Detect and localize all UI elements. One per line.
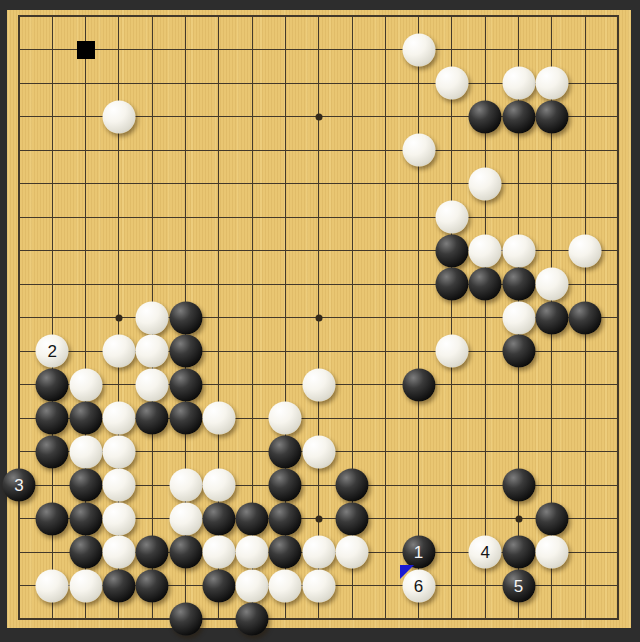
stone-white[interactable] <box>69 368 102 401</box>
stone-black[interactable] <box>502 268 535 301</box>
grid-line-horizontal <box>18 183 619 184</box>
stone-black[interactable] <box>69 536 102 569</box>
move-number-label: 4 <box>480 544 489 561</box>
stone-black[interactable] <box>169 402 202 435</box>
stone-black[interactable]: 5 <box>502 569 535 602</box>
stone-black[interactable] <box>269 435 302 468</box>
stone-white[interactable] <box>469 167 502 200</box>
stone-black[interactable] <box>336 469 369 502</box>
stone-white[interactable] <box>102 536 135 569</box>
stone-white[interactable] <box>102 100 135 133</box>
stone-white[interactable] <box>435 67 468 100</box>
stone-white[interactable] <box>502 234 535 267</box>
stone-black[interactable] <box>36 502 69 535</box>
go-board[interactable]: 231465 <box>0 0 640 642</box>
star-point <box>315 113 322 120</box>
stone-white[interactable] <box>136 368 169 401</box>
square-marker <box>77 41 95 59</box>
stone-black[interactable] <box>336 502 369 535</box>
stone-white[interactable] <box>136 335 169 368</box>
stone-black[interactable] <box>502 469 535 502</box>
stone-black[interactable] <box>535 502 568 535</box>
stone-white[interactable] <box>202 402 235 435</box>
stone-white[interactable] <box>302 569 335 602</box>
stone-white[interactable] <box>469 234 502 267</box>
stone-black[interactable] <box>535 100 568 133</box>
stone-black[interactable] <box>435 234 468 267</box>
stone-white[interactable] <box>236 536 269 569</box>
stone-black[interactable] <box>36 435 69 468</box>
stone-black[interactable] <box>236 502 269 535</box>
stone-black[interactable] <box>269 502 302 535</box>
stone-black[interactable] <box>435 268 468 301</box>
stone-black[interactable] <box>102 569 135 602</box>
stone-black[interactable] <box>169 368 202 401</box>
star-point <box>115 314 122 321</box>
stone-white[interactable] <box>102 469 135 502</box>
stone-white[interactable] <box>302 435 335 468</box>
stone-white[interactable] <box>102 435 135 468</box>
stone-black[interactable] <box>36 368 69 401</box>
stone-white[interactable] <box>302 536 335 569</box>
stone-white[interactable] <box>269 569 302 602</box>
stone-white[interactable] <box>435 201 468 234</box>
stone-white[interactable] <box>69 569 102 602</box>
stone-white[interactable] <box>169 502 202 535</box>
grid-line-horizontal <box>18 150 619 151</box>
stone-black[interactable] <box>169 536 202 569</box>
stone-white[interactable] <box>502 67 535 100</box>
stone-white[interactable]: 2 <box>36 335 69 368</box>
stone-white[interactable] <box>202 536 235 569</box>
stone-black[interactable] <box>236 603 269 636</box>
stone-black[interactable] <box>269 536 302 569</box>
stone-black[interactable] <box>202 569 235 602</box>
stone-black[interactable] <box>502 335 535 368</box>
move-number-label: 6 <box>414 577 423 594</box>
stone-black[interactable] <box>202 502 235 535</box>
stone-black[interactable] <box>402 368 435 401</box>
stone-white[interactable] <box>69 435 102 468</box>
stone-white[interactable] <box>202 469 235 502</box>
stone-black[interactable] <box>136 569 169 602</box>
stone-white[interactable] <box>535 67 568 100</box>
stone-black[interactable] <box>469 268 502 301</box>
star-point <box>315 515 322 522</box>
star-point <box>315 314 322 321</box>
stone-black[interactable] <box>169 335 202 368</box>
stone-white[interactable] <box>136 301 169 334</box>
stone-black[interactable] <box>136 536 169 569</box>
stone-black[interactable] <box>269 469 302 502</box>
stone-black[interactable] <box>169 603 202 636</box>
stone-white[interactable]: 4 <box>469 536 502 569</box>
stone-black[interactable] <box>69 402 102 435</box>
stone-white[interactable] <box>336 536 369 569</box>
stone-white[interactable] <box>169 469 202 502</box>
grid-line-horizontal <box>18 217 619 218</box>
stone-black[interactable]: 3 <box>3 469 36 502</box>
stone-black[interactable] <box>535 301 568 334</box>
stone-black[interactable] <box>36 402 69 435</box>
grid-line-horizontal <box>18 49 619 50</box>
stone-white[interactable] <box>102 335 135 368</box>
stone-white[interactable] <box>402 134 435 167</box>
stone-white[interactable] <box>535 536 568 569</box>
stone-black[interactable] <box>169 301 202 334</box>
stone-white[interactable] <box>36 569 69 602</box>
grid-line-horizontal <box>18 15 619 17</box>
stone-white[interactable] <box>102 402 135 435</box>
stone-white[interactable] <box>435 335 468 368</box>
stone-white[interactable] <box>302 368 335 401</box>
stone-black[interactable] <box>502 536 535 569</box>
stone-black[interactable] <box>69 502 102 535</box>
stone-white[interactable] <box>569 234 602 267</box>
stone-white[interactable] <box>236 569 269 602</box>
move-number-label: 2 <box>48 343 57 360</box>
move-number-label: 1 <box>414 544 423 561</box>
stone-black[interactable] <box>502 100 535 133</box>
grid-line-horizontal <box>18 618 619 620</box>
move-number-label: 5 <box>514 577 523 594</box>
stone-black[interactable] <box>136 402 169 435</box>
stone-white[interactable] <box>269 402 302 435</box>
star-point <box>515 515 522 522</box>
stone-white[interactable]: 6 <box>402 569 435 602</box>
stone-white[interactable] <box>502 301 535 334</box>
move-number-label: 3 <box>14 477 23 494</box>
stone-black[interactable] <box>569 301 602 334</box>
stone-white[interactable] <box>535 268 568 301</box>
stone-black[interactable]: 1 <box>402 536 435 569</box>
stone-black[interactable] <box>469 100 502 133</box>
stone-white[interactable] <box>402 33 435 66</box>
stone-black[interactable] <box>69 469 102 502</box>
go-board-screenshot: 231465 <box>0 0 640 642</box>
stone-white[interactable] <box>102 502 135 535</box>
